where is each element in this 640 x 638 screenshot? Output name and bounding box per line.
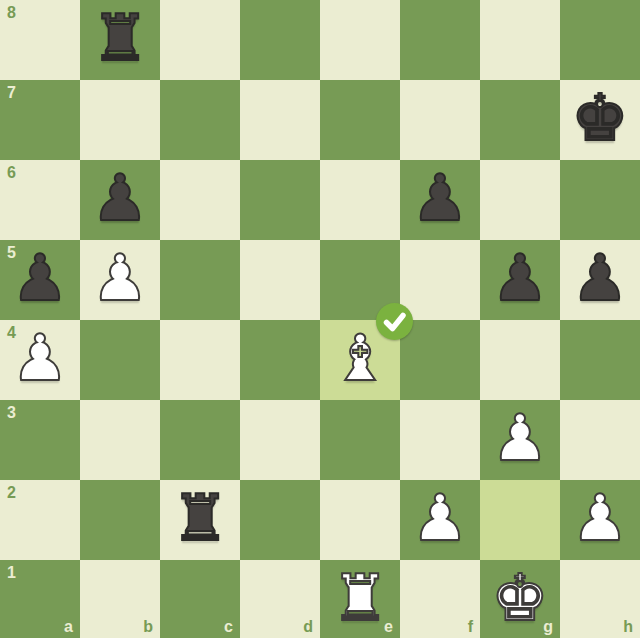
square-e3[interactable]	[320, 400, 400, 480]
square-a2[interactable]: 2	[0, 480, 80, 560]
square-a3[interactable]: 3	[0, 400, 80, 480]
file-label-b: b	[143, 619, 153, 635]
square-c3[interactable]	[160, 400, 240, 480]
rank-label-8: 8	[7, 5, 16, 21]
square-d8[interactable]	[240, 0, 320, 80]
square-d2[interactable]	[240, 480, 320, 560]
chessboard: 8♜7♚6♟♟5♟♟♟♟4♟♝3♟2♜♟♟1abcde♜fg♚h	[0, 0, 640, 638]
square-e5[interactable]	[320, 240, 400, 320]
square-a8[interactable]: 8	[0, 0, 80, 80]
square-b2[interactable]	[80, 480, 160, 560]
square-f5[interactable]	[400, 240, 480, 320]
square-b3[interactable]	[80, 400, 160, 480]
square-h4[interactable]	[560, 320, 640, 400]
square-a7[interactable]: 7	[0, 80, 80, 160]
piece-white-pawn-a4[interactable]: ♟	[0, 320, 80, 400]
square-c1[interactable]: c	[160, 560, 240, 638]
square-e2[interactable]	[320, 480, 400, 560]
piece-white-pawn-h2[interactable]: ♟	[560, 480, 640, 560]
square-h3[interactable]	[560, 400, 640, 480]
square-d1[interactable]: d	[240, 560, 320, 638]
square-c4[interactable]	[160, 320, 240, 400]
square-f7[interactable]	[400, 80, 480, 160]
square-a5[interactable]: 5♟	[0, 240, 80, 320]
square-b7[interactable]	[80, 80, 160, 160]
piece-black-pawn-f6[interactable]: ♟	[400, 160, 480, 240]
square-c2[interactable]: ♜	[160, 480, 240, 560]
square-h1[interactable]: h	[560, 560, 640, 638]
square-a6[interactable]: 6	[0, 160, 80, 240]
rank-label-3: 3	[7, 405, 16, 421]
rank-label-1: 1	[7, 565, 16, 581]
square-f6[interactable]: ♟	[400, 160, 480, 240]
piece-white-bishop-e4[interactable]: ♝	[320, 320, 400, 400]
square-h8[interactable]	[560, 0, 640, 80]
piece-black-pawn-b6[interactable]: ♟	[80, 160, 160, 240]
square-d7[interactable]	[240, 80, 320, 160]
square-g8[interactable]	[480, 0, 560, 80]
square-f2[interactable]: ♟	[400, 480, 480, 560]
chessboard-stage: 8♜7♚6♟♟5♟♟♟♟4♟♝3♟2♜♟♟1abcde♜fg♚h	[0, 0, 640, 638]
square-b8[interactable]: ♜	[80, 0, 160, 80]
square-f3[interactable]	[400, 400, 480, 480]
square-b5[interactable]: ♟	[80, 240, 160, 320]
piece-black-pawn-g5[interactable]: ♟	[480, 240, 560, 320]
file-label-c: c	[224, 619, 233, 635]
square-b4[interactable]	[80, 320, 160, 400]
file-label-a: a	[64, 619, 73, 635]
square-d3[interactable]	[240, 400, 320, 480]
square-g5[interactable]: ♟	[480, 240, 560, 320]
rank-label-6: 6	[7, 165, 16, 181]
piece-black-pawn-a5[interactable]: ♟	[0, 240, 80, 320]
piece-white-king-g1[interactable]: ♚	[480, 560, 560, 638]
square-a1[interactable]: 1a	[0, 560, 80, 638]
square-c5[interactable]	[160, 240, 240, 320]
square-h5[interactable]: ♟	[560, 240, 640, 320]
square-f4[interactable]	[400, 320, 480, 400]
square-b6[interactable]: ♟	[80, 160, 160, 240]
square-g4[interactable]	[480, 320, 560, 400]
file-label-h: h	[623, 619, 633, 635]
square-d6[interactable]	[240, 160, 320, 240]
square-h7[interactable]: ♚	[560, 80, 640, 160]
square-e6[interactable]	[320, 160, 400, 240]
square-h2[interactable]: ♟	[560, 480, 640, 560]
piece-white-rook-e1[interactable]: ♜	[320, 560, 400, 638]
square-f8[interactable]	[400, 0, 480, 80]
square-g2[interactable]	[480, 480, 560, 560]
square-e4[interactable]: ♝	[320, 320, 400, 400]
file-label-d: d	[303, 619, 313, 635]
square-g3[interactable]: ♟	[480, 400, 560, 480]
square-b1[interactable]: b	[80, 560, 160, 638]
piece-white-pawn-g3[interactable]: ♟	[480, 400, 560, 480]
piece-black-king-h7[interactable]: ♚	[560, 80, 640, 160]
piece-white-pawn-f2[interactable]: ♟	[400, 480, 480, 560]
square-h6[interactable]	[560, 160, 640, 240]
rank-label-2: 2	[7, 485, 16, 501]
square-d4[interactable]	[240, 320, 320, 400]
square-g7[interactable]	[480, 80, 560, 160]
square-d5[interactable]	[240, 240, 320, 320]
piece-black-rook-b8[interactable]: ♜	[80, 0, 160, 80]
square-c6[interactable]	[160, 160, 240, 240]
square-f1[interactable]: f	[400, 560, 480, 638]
square-c7[interactable]	[160, 80, 240, 160]
rank-label-7: 7	[7, 85, 16, 101]
square-c8[interactable]	[160, 0, 240, 80]
piece-black-pawn-h5[interactable]: ♟	[560, 240, 640, 320]
piece-white-pawn-b5[interactable]: ♟	[80, 240, 160, 320]
square-e7[interactable]	[320, 80, 400, 160]
square-e1[interactable]: e♜	[320, 560, 400, 638]
square-a4[interactable]: 4♟	[0, 320, 80, 400]
piece-black-rook-c2[interactable]: ♜	[160, 480, 240, 560]
square-g1[interactable]: g♚	[480, 560, 560, 638]
file-label-f: f	[468, 619, 473, 635]
square-e8[interactable]	[320, 0, 400, 80]
square-g6[interactable]	[480, 160, 560, 240]
